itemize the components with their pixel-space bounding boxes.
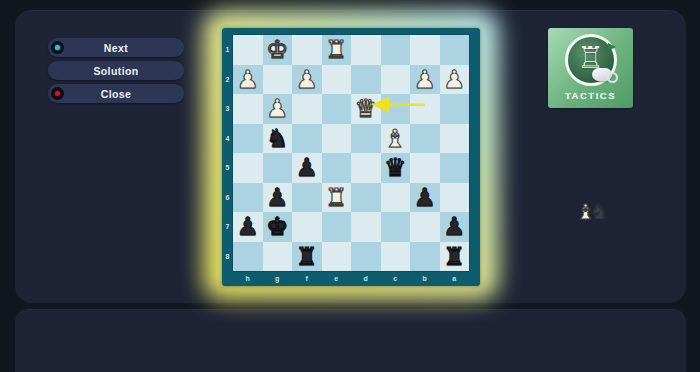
piece-wK-g1: ♚ xyxy=(266,35,288,65)
square-e5[interactable] xyxy=(322,153,352,183)
square-f1[interactable] xyxy=(292,35,322,65)
bottom-panel xyxy=(14,308,687,372)
rank-label-7: 7 xyxy=(222,212,233,242)
file-label-f: f xyxy=(292,271,322,286)
piece-bP-g6: ♟ xyxy=(266,183,288,213)
square-d7[interactable] xyxy=(351,212,381,242)
square-g7[interactable]: ♚ xyxy=(263,212,293,242)
square-c4[interactable]: ♝ xyxy=(381,124,411,154)
rank-label-5: 5 xyxy=(222,153,233,183)
square-a8[interactable]: ♜ xyxy=(440,242,470,272)
piece-bK-g7: ♚ xyxy=(266,212,288,242)
tactics-label: TACTICS xyxy=(565,90,616,101)
square-a5[interactable] xyxy=(440,153,470,183)
square-g3[interactable]: ♟ xyxy=(263,94,293,124)
rank-label-1: 1 xyxy=(222,35,233,65)
flag-icon xyxy=(608,43,616,51)
piece-wR-e6: ♜ xyxy=(325,183,347,213)
square-b7[interactable] xyxy=(410,212,440,242)
square-f6[interactable] xyxy=(292,183,322,213)
square-b8[interactable] xyxy=(410,242,440,272)
app-window: Next Solution Close 12345678 hgfedcba ♚♜… xyxy=(0,0,700,372)
square-b3[interactable] xyxy=(410,94,440,124)
piece-wB-c4: ♝ xyxy=(384,124,406,154)
file-label-g: g xyxy=(263,271,293,286)
square-e2[interactable] xyxy=(322,65,352,95)
rank-label-6: 6 xyxy=(222,183,233,213)
piece-bP-f5: ♟ xyxy=(296,153,318,183)
square-a2[interactable]: ♟ xyxy=(440,65,470,95)
file-labels: hgfedcba xyxy=(233,271,469,286)
piece-wR-e1: ♜ xyxy=(325,35,347,65)
rank-label-8: 8 xyxy=(222,242,233,272)
piece-bP-b6: ♟ xyxy=(414,183,436,213)
square-d5[interactable] xyxy=(351,153,381,183)
square-h5[interactable] xyxy=(233,153,263,183)
rank-label-3: 3 xyxy=(222,94,233,124)
close-button-label: Close xyxy=(101,88,132,100)
square-e7[interactable] xyxy=(322,212,352,242)
square-c2[interactable] xyxy=(381,65,411,95)
piece-bN-g4: ♞ xyxy=(266,124,288,154)
file-label-c: c xyxy=(381,271,411,286)
side-piece-bN-icon: ♞ xyxy=(590,200,609,224)
square-f2[interactable]: ♟ xyxy=(292,65,322,95)
piece-wP-f2: ♟ xyxy=(296,65,318,95)
tactics-badge: ♖ TACTICS xyxy=(548,28,633,108)
piece-wQ-d3: ♛ xyxy=(355,94,377,124)
square-g6[interactable]: ♟ xyxy=(263,183,293,213)
square-e4[interactable] xyxy=(322,124,352,154)
square-e8[interactable] xyxy=(322,242,352,272)
square-b5[interactable] xyxy=(410,153,440,183)
piece-bR-f8: ♜ xyxy=(296,242,318,272)
square-a3[interactable] xyxy=(440,94,470,124)
square-f7[interactable] xyxy=(292,212,322,242)
square-g2[interactable] xyxy=(263,65,293,95)
square-a1[interactable] xyxy=(440,35,470,65)
piece-wP-a2: ♟ xyxy=(443,65,465,95)
square-e1[interactable]: ♜ xyxy=(322,35,352,65)
square-d4[interactable] xyxy=(351,124,381,154)
square-c3[interactable] xyxy=(381,94,411,124)
rank-label-2: 2 xyxy=(222,65,233,95)
square-g8[interactable] xyxy=(263,242,293,272)
piece-bR-a8: ♜ xyxy=(443,242,465,272)
square-g4[interactable]: ♞ xyxy=(263,124,293,154)
square-d3[interactable]: ♛ xyxy=(351,94,381,124)
next-indicator-icon xyxy=(51,41,64,54)
file-label-e: e xyxy=(322,271,352,286)
rank-label-4: 4 xyxy=(222,124,233,154)
square-f3[interactable] xyxy=(292,94,322,124)
piece-bP-a7: ♟ xyxy=(443,212,465,242)
square-b2[interactable]: ♟ xyxy=(410,65,440,95)
file-label-d: d xyxy=(351,271,381,286)
whistle-ring-icon xyxy=(607,72,618,83)
square-h4[interactable] xyxy=(233,124,263,154)
square-f8[interactable]: ♜ xyxy=(292,242,322,272)
square-b4[interactable] xyxy=(410,124,440,154)
square-c8[interactable] xyxy=(381,242,411,272)
piece-bP-h7: ♟ xyxy=(237,212,259,242)
square-b1[interactable] xyxy=(410,35,440,65)
solution-button-label: Solution xyxy=(93,65,138,77)
square-h8[interactable] xyxy=(233,242,263,272)
close-button[interactable]: Close xyxy=(48,84,184,103)
piece-bQ-c5: ♛ xyxy=(384,153,406,183)
square-h2[interactable]: ♟ xyxy=(233,65,263,95)
board-grid[interactable]: ♚♜♟♟♟♟♟♛♞♝♟♛♟♜♟♟♚♟♜♜ xyxy=(233,35,469,271)
square-f5[interactable]: ♟ xyxy=(292,153,322,183)
square-h6[interactable] xyxy=(233,183,263,213)
square-h3[interactable] xyxy=(233,94,263,124)
square-g1[interactable]: ♚ xyxy=(263,35,293,65)
square-e3[interactable] xyxy=(322,94,352,124)
piece-wP-b2: ♟ xyxy=(414,65,436,95)
square-c6[interactable] xyxy=(381,183,411,213)
file-label-b: b xyxy=(410,271,440,286)
square-h7[interactable]: ♟ xyxy=(233,212,263,242)
square-a7[interactable]: ♟ xyxy=(440,212,470,242)
close-indicator-icon xyxy=(51,87,64,100)
square-d1[interactable] xyxy=(351,35,381,65)
square-h1[interactable] xyxy=(233,35,263,65)
solution-button[interactable]: Solution xyxy=(48,61,184,80)
piece-wP-g3: ♟ xyxy=(266,94,288,124)
square-f4[interactable] xyxy=(292,124,322,154)
square-a4[interactable] xyxy=(440,124,470,154)
square-d6[interactable] xyxy=(351,183,381,213)
chess-board: 12345678 hgfedcba ♚♜♟♟♟♟♟♛♞♝♟♛♟♜♟♟♚♟♜♜ xyxy=(222,28,480,286)
square-d8[interactable] xyxy=(351,242,381,272)
square-a6[interactable] xyxy=(440,183,470,213)
side-pieces: ♝♞ xyxy=(576,196,620,224)
square-b6[interactable]: ♟ xyxy=(410,183,440,213)
file-label-h: h xyxy=(233,271,263,286)
piece-wP-h2: ♟ xyxy=(237,65,259,95)
next-button-label: Next xyxy=(104,42,128,54)
square-c5[interactable]: ♛ xyxy=(381,153,411,183)
square-e6[interactable]: ♜ xyxy=(322,183,352,213)
tactics-logo-icon: ♖ xyxy=(565,34,617,86)
square-g5[interactable] xyxy=(263,153,293,183)
next-button[interactable]: Next xyxy=(48,38,184,57)
rank-labels: 12345678 xyxy=(222,35,233,271)
square-d2[interactable] xyxy=(351,65,381,95)
file-label-a: a xyxy=(440,271,470,286)
square-c1[interactable] xyxy=(381,35,411,65)
square-c7[interactable] xyxy=(381,212,411,242)
